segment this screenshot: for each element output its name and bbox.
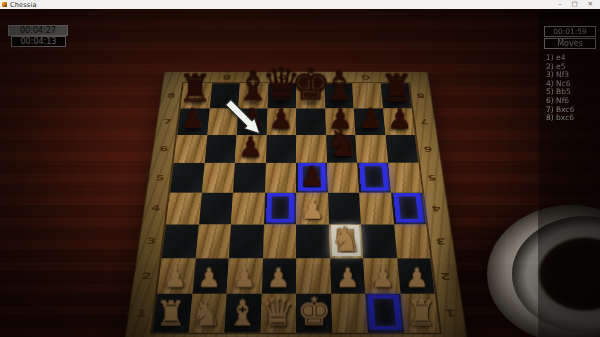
square-h3[interactable]: [393, 224, 430, 258]
coordinate-label: 5: [419, 163, 445, 193]
coordinate-label: 1: [126, 294, 156, 332]
title-bar: Chessia – ▢ ✕: [0, 0, 600, 9]
move-entry: 8) bxc6: [546, 114, 598, 123]
piece-black-rook[interactable]: ♜: [380, 70, 414, 107]
piece-black-pawn[interactable]: ♟: [358, 106, 383, 133]
piece-black-pawn[interactable]: ♟: [238, 134, 263, 161]
square-d6[interactable]: [265, 135, 296, 163]
square-h6[interactable]: [385, 135, 418, 163]
piece-white-pawn[interactable]: ♟: [336, 267, 360, 292]
white-clock: 00:04:27: [8, 25, 68, 36]
moves-header: Moves: [544, 38, 596, 49]
square-a7[interactable]: ♟: [177, 108, 209, 135]
piece-white-pawn[interactable]: ♟: [405, 267, 429, 292]
piece-black-knight[interactable]: ♞: [325, 125, 359, 161]
coordinate-label: 4: [142, 193, 169, 225]
piece-black-pawn[interactable]: ♟: [268, 106, 293, 133]
piece-white-knight[interactable]: ♞: [331, 222, 362, 255]
coordinate-label: 5: [147, 163, 173, 193]
square-g5[interactable]: [357, 163, 390, 193]
app-window: Chessia – ▢ ✕ 00:04:27 00:04:13 ABCDEFGH…: [0, 0, 600, 337]
cursor-arrow: [224, 98, 262, 136]
piece-white-pawn[interactable]: ♟: [163, 267, 187, 292]
piece-white-pawn[interactable]: ♟: [267, 267, 291, 292]
board-frame: ABCDEFGH ABCDEFGH 87654321 87654321 ♜♝♛♚…: [122, 71, 470, 337]
square-d4[interactable]: [264, 193, 296, 225]
piece-white-rook[interactable]: ♜: [406, 298, 437, 330]
square-h5[interactable]: [388, 163, 422, 193]
piece-white-pawn[interactable]: ♟: [371, 267, 395, 292]
square-a2[interactable]: ♟: [157, 258, 195, 294]
square-a5[interactable]: [170, 163, 204, 193]
square-b1[interactable]: ♞: [188, 294, 226, 332]
piece-white-knight[interactable]: ♞: [191, 298, 222, 330]
coordinate-label: 6: [151, 135, 176, 163]
piece-white-pawn[interactable]: ♟: [198, 267, 222, 292]
square-a4[interactable]: [166, 193, 201, 225]
piece-black-bishop[interactable]: ♝: [321, 67, 358, 106]
square-c5[interactable]: [233, 163, 265, 193]
moves-list: 1) e42) e53) Nf34) Nc65) Bb56) Nf67) Bxc…: [546, 54, 598, 123]
square-e3[interactable]: [296, 224, 330, 258]
square-e1[interactable]: ♚: [296, 294, 332, 332]
square-d7[interactable]: ♟: [266, 108, 296, 135]
square-c2[interactable]: ♟: [227, 258, 263, 294]
piece-white-rook[interactable]: ♜: [155, 298, 186, 330]
coordinate-label: 7: [412, 108, 436, 135]
square-c4[interactable]: [231, 193, 264, 225]
coordinate-label: 6: [416, 135, 441, 163]
square-c1[interactable]: ♝: [224, 294, 261, 332]
square-e6[interactable]: [296, 135, 327, 163]
maximize-icon[interactable]: ▢: [571, 0, 577, 9]
coordinate-label: 3: [137, 224, 165, 258]
square-b3[interactable]: [195, 224, 231, 258]
moves-panel: 00:01:59 Moves 1) e42) e53) Nf34) Nc65) …: [538, 9, 600, 337]
square-g6[interactable]: [355, 135, 387, 163]
square-f6[interactable]: ♞: [326, 135, 357, 163]
chess-board: ABCDEFGH ABCDEFGH 87654321 87654321 ♜♝♛♚…: [122, 71, 470, 337]
piece-black-rook[interactable]: ♜: [178, 70, 212, 107]
file-labels-bottom: ABCDEFGH: [150, 333, 442, 337]
square-f3[interactable]: ♞: [328, 224, 363, 258]
square-g2[interactable]: ♟: [363, 258, 400, 294]
game-clock: 00:01:59: [544, 26, 596, 37]
square-e5[interactable]: ♟: [296, 163, 328, 193]
piece-black-pawn[interactable]: ♟: [179, 106, 204, 133]
square-a3[interactable]: [162, 224, 199, 258]
close-icon[interactable]: ✕: [588, 0, 593, 9]
square-c3[interactable]: [229, 224, 264, 258]
game-viewport: 00:04:27 00:04:13 ABCDEFGH ABCDEFGH 8765…: [0, 9, 600, 337]
window-title: Chessia: [10, 1, 37, 9]
coordinate-label: 2: [132, 258, 161, 294]
piece-black-pawn[interactable]: ♟: [299, 164, 324, 191]
piece-white-king[interactable]: ♚: [297, 293, 332, 330]
square-d5[interactable]: [264, 163, 296, 193]
square-b4[interactable]: [199, 193, 233, 225]
square-e4[interactable]: ♟: [296, 193, 328, 225]
square-f5[interactable]: [327, 163, 359, 193]
black-clock: 00:04:13: [11, 36, 66, 47]
square-g3[interactable]: [361, 224, 397, 258]
piece-black-pawn[interactable]: ♟: [387, 106, 412, 133]
piece-white-pawn[interactable]: ♟: [232, 267, 256, 292]
square-d1[interactable]: ♛: [260, 294, 296, 332]
piece-white-bishop[interactable]: ♝: [226, 297, 258, 331]
square-h2[interactable]: ♟: [397, 258, 435, 294]
square-f1[interactable]: [331, 294, 368, 332]
coordinate-label: 7: [156, 108, 180, 135]
square-g1[interactable]: [365, 294, 403, 332]
square-h4[interactable]: [391, 193, 426, 225]
piece-white-queen[interactable]: ♛: [261, 293, 296, 330]
square-g4[interactable]: [359, 193, 393, 225]
piece-white-pawn[interactable]: ♟: [300, 197, 324, 222]
coordinate-label: 4: [423, 193, 450, 225]
square-b5[interactable]: [201, 163, 234, 193]
square-f2[interactable]: ♟: [330, 258, 366, 294]
square-a1[interactable]: ♜: [152, 294, 191, 332]
square-e7[interactable]: [296, 108, 326, 135]
square-b2[interactable]: ♟: [192, 258, 229, 294]
minimize-icon[interactable]: –: [558, 0, 561, 9]
square-h7[interactable]: ♟: [383, 108, 415, 135]
board-field: ♜♝♛♚♝♜♟♟♟♟♟♟♟♞♟♟♞♟♟♟♟♟♟♟♜♞♝♛♚♜: [152, 83, 439, 332]
square-a6[interactable]: [174, 135, 207, 163]
square-h1[interactable]: ♜: [400, 294, 439, 332]
square-c6[interactable]: ♟: [235, 135, 266, 163]
square-d3[interactable]: [262, 224, 296, 258]
app-icon: [2, 2, 7, 7]
square-b6[interactable]: [204, 135, 236, 163]
